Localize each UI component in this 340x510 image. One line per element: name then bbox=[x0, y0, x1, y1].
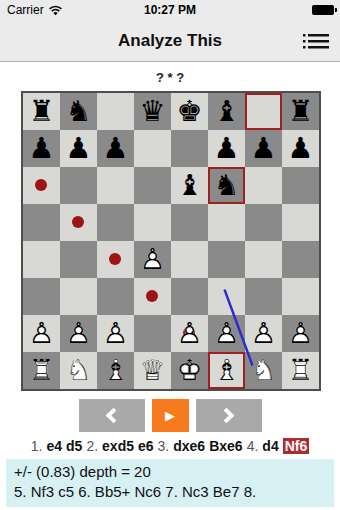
square-f2[interactable]: ♟♙ bbox=[208, 315, 245, 352]
piece-b1[interactable]: ♞♘ bbox=[60, 352, 97, 389]
square-f4[interactable] bbox=[208, 241, 245, 278]
square-d4[interactable]: ♟♙ bbox=[134, 241, 171, 278]
move-list-menu-icon[interactable] bbox=[303, 33, 329, 50]
square-h6[interactable] bbox=[282, 167, 319, 204]
square-g7[interactable]: ♟ bbox=[245, 130, 282, 167]
chevron-right-icon bbox=[219, 408, 235, 424]
square-e4[interactable] bbox=[171, 241, 208, 278]
white-piece-outline: ♖ bbox=[282, 352, 319, 389]
piece-b2[interactable]: ♟♙ bbox=[60, 315, 97, 352]
play-button[interactable]: ▶ bbox=[152, 399, 189, 432]
square-d7[interactable] bbox=[134, 130, 171, 167]
page-title: Analyze This bbox=[118, 31, 222, 51]
piece-f7[interactable]: ♟ bbox=[208, 130, 245, 167]
piece-d1[interactable]: ♛♕ bbox=[134, 352, 171, 389]
piece-h1[interactable]: ♜♖ bbox=[282, 352, 319, 389]
square-b7[interactable]: ♟ bbox=[60, 130, 97, 167]
white-piece-outline: ♙ bbox=[171, 315, 208, 352]
piece-h7[interactable]: ♟ bbox=[282, 130, 319, 167]
square-e6[interactable]: ♝ bbox=[171, 167, 208, 204]
white-piece-outline: ♙ bbox=[97, 315, 134, 352]
black-piece-glyph: ♟ bbox=[60, 130, 97, 167]
square-a1[interactable]: ♜♖ bbox=[23, 352, 60, 389]
white-piece-outline: ♘ bbox=[245, 352, 282, 389]
move[interactable]: e6 bbox=[138, 438, 154, 454]
black-piece-glyph: ♟ bbox=[245, 130, 282, 167]
black-piece-glyph: ♚ bbox=[171, 93, 208, 130]
square-f1[interactable]: ♝♗ bbox=[208, 352, 245, 389]
black-piece-glyph: ♟ bbox=[97, 130, 134, 167]
white-piece-outline: ♙ bbox=[134, 241, 171, 278]
legal-move-dot bbox=[146, 290, 158, 302]
piece-e1[interactable]: ♚♔ bbox=[171, 352, 208, 389]
previous-move-button[interactable] bbox=[79, 399, 145, 432]
battery-icon bbox=[312, 5, 334, 15]
white-piece-outline: ♙ bbox=[245, 315, 282, 352]
engine-evaluation: +/- (0.83) depth = 20 bbox=[14, 462, 326, 482]
square-c6[interactable] bbox=[97, 167, 134, 204]
square-c4[interactable] bbox=[97, 241, 134, 278]
square-e2[interactable]: ♟♙ bbox=[171, 315, 208, 352]
square-b6[interactable] bbox=[60, 167, 97, 204]
square-e1[interactable]: ♚♔ bbox=[171, 352, 208, 389]
nav-bar: Analyze This bbox=[0, 20, 340, 62]
piece-g1[interactable]: ♞♘ bbox=[245, 352, 282, 389]
play-icon: ▶ bbox=[165, 408, 175, 423]
move[interactable]: exd5 bbox=[102, 438, 134, 454]
piece-a2[interactable]: ♟♙ bbox=[23, 315, 60, 352]
square-f5[interactable] bbox=[208, 204, 245, 241]
square-a6[interactable] bbox=[23, 167, 60, 204]
move[interactable]: d5 bbox=[66, 438, 82, 454]
piece-a8[interactable]: ♜ bbox=[23, 93, 60, 130]
square-g6[interactable] bbox=[245, 167, 282, 204]
legal-move-dot bbox=[72, 216, 84, 228]
move[interactable]: dxe6 bbox=[173, 438, 205, 454]
move-number: 2. bbox=[86, 438, 98, 454]
square-a5[interactable] bbox=[23, 204, 60, 241]
square-e8[interactable]: ♚ bbox=[171, 93, 208, 130]
white-piece-outline: ♔ bbox=[171, 352, 208, 389]
black-piece-glyph: ♝ bbox=[171, 167, 208, 204]
piece-h8[interactable]: ♜ bbox=[282, 93, 319, 130]
piece-a1[interactable]: ♜♖ bbox=[23, 352, 60, 389]
square-h4[interactable] bbox=[282, 241, 319, 278]
square-b8[interactable]: ♞ bbox=[60, 93, 97, 130]
black-piece-glyph: ♛ bbox=[134, 93, 171, 130]
piece-d8[interactable]: ♛ bbox=[134, 93, 171, 130]
engine-line: 5. Nf3 c5 6. Bb5+ Nc6 7. Nc3 Be7 8. bbox=[14, 482, 326, 502]
square-g8[interactable] bbox=[245, 93, 282, 130]
analysis-panel: +/- (0.83) depth = 20 5. Nf3 c5 6. Bb5+ … bbox=[6, 459, 334, 507]
square-b5[interactable] bbox=[60, 204, 97, 241]
square-d5[interactable] bbox=[134, 204, 171, 241]
square-g5[interactable] bbox=[245, 204, 282, 241]
piece-g7[interactable]: ♟ bbox=[245, 130, 282, 167]
legal-move-dot bbox=[35, 179, 47, 191]
square-g1[interactable]: ♞♘ bbox=[245, 352, 282, 389]
black-piece-glyph: ♟ bbox=[282, 130, 319, 167]
move-number: 3. bbox=[158, 438, 170, 454]
square-b3[interactable] bbox=[60, 278, 97, 315]
controls-bar: ▶ bbox=[0, 399, 340, 432]
white-piece-outline: ♙ bbox=[282, 315, 319, 352]
black-piece-glyph: ♜ bbox=[282, 93, 319, 130]
square-h3[interactable] bbox=[282, 278, 319, 315]
square-a7[interactable]: ♟ bbox=[23, 130, 60, 167]
square-g2[interactable]: ♟♙ bbox=[245, 315, 282, 352]
square-f7[interactable]: ♟ bbox=[208, 130, 245, 167]
square-d8[interactable]: ♛ bbox=[134, 93, 171, 130]
piece-g2[interactable]: ♟♙ bbox=[245, 315, 282, 352]
black-piece-glyph: ♟ bbox=[23, 130, 60, 167]
black-piece-glyph: ♞ bbox=[60, 93, 97, 130]
piece-d4[interactable]: ♟♙ bbox=[134, 241, 171, 278]
piece-e6[interactable]: ♝ bbox=[171, 167, 208, 204]
white-piece-outline: ♘ bbox=[60, 352, 97, 389]
piece-f2[interactable]: ♟♙ bbox=[208, 315, 245, 352]
square-c8[interactable] bbox=[97, 93, 134, 130]
white-piece-outline: ♗ bbox=[208, 352, 245, 389]
square-g4[interactable] bbox=[245, 241, 282, 278]
square-c5[interactable] bbox=[97, 204, 134, 241]
square-d3[interactable] bbox=[134, 278, 171, 315]
piece-a7[interactable]: ♟ bbox=[23, 130, 60, 167]
square-b4[interactable] bbox=[60, 241, 97, 278]
square-a2[interactable]: ♟♙ bbox=[23, 315, 60, 352]
piece-c2[interactable]: ♟♙ bbox=[97, 315, 134, 352]
square-e5[interactable] bbox=[171, 204, 208, 241]
square-c2[interactable]: ♟♙ bbox=[97, 315, 134, 352]
square-a3[interactable] bbox=[23, 278, 60, 315]
legal-move-dot bbox=[109, 253, 121, 265]
square-h5[interactable] bbox=[282, 204, 319, 241]
square-e3[interactable] bbox=[171, 278, 208, 315]
clock: 10:27 PM bbox=[0, 3, 340, 17]
piece-e2[interactable]: ♟♙ bbox=[171, 315, 208, 352]
move[interactable]: d4 bbox=[262, 438, 278, 454]
white-piece-outline: ♗ bbox=[97, 352, 134, 389]
white-piece-outline: ♙ bbox=[23, 315, 60, 352]
square-c7[interactable]: ♟ bbox=[97, 130, 134, 167]
game-result-header: ? * ? bbox=[0, 70, 340, 86]
square-c1[interactable]: ♝♗ bbox=[97, 352, 134, 389]
move[interactable]: e4 bbox=[46, 438, 62, 454]
move-number: 4. bbox=[247, 438, 259, 454]
square-f6[interactable]: ♞ bbox=[208, 167, 245, 204]
square-f8[interactable]: ♝ bbox=[208, 93, 245, 130]
black-piece-glyph: ♞ bbox=[208, 167, 245, 204]
move-list: 1.e4d52.exd5e63.dxe6Bxe64.d4Nf6 bbox=[0, 438, 340, 454]
square-c3[interactable] bbox=[97, 278, 134, 315]
piece-f6[interactable]: ♞ bbox=[208, 167, 245, 204]
square-a8[interactable]: ♜ bbox=[23, 93, 60, 130]
white-piece-outline: ♙ bbox=[208, 315, 245, 352]
chess-board-frame: ♜♞♛♚♝♜♟♟♟♟♟♟♝♞♟♙♟♙♟♙♟♙♟♙♟♙♟♙♟♙♜♖♞♘♝♗♛♕♚♔… bbox=[21, 91, 321, 391]
square-h8[interactable]: ♜ bbox=[282, 93, 319, 130]
piece-f8[interactable]: ♝ bbox=[208, 93, 245, 130]
white-piece-outline: ♖ bbox=[23, 352, 60, 389]
square-b2[interactable]: ♟♙ bbox=[60, 315, 97, 352]
move-number: 1. bbox=[31, 438, 43, 454]
square-a4[interactable] bbox=[23, 241, 60, 278]
piece-e8[interactable]: ♚ bbox=[171, 93, 208, 130]
chess-board: ♜♞♛♚♝♜♟♟♟♟♟♟♝♞♟♙♟♙♟♙♟♙♟♙♟♙♟♙♟♙♜♖♞♘♝♗♛♕♚♔… bbox=[23, 93, 319, 389]
square-d6[interactable] bbox=[134, 167, 171, 204]
square-h7[interactable]: ♟ bbox=[282, 130, 319, 167]
square-b1[interactable]: ♞♘ bbox=[60, 352, 97, 389]
black-piece-glyph: ♟ bbox=[208, 130, 245, 167]
square-d2[interactable] bbox=[134, 315, 171, 352]
square-h2[interactable]: ♟♙ bbox=[282, 315, 319, 352]
square-d1[interactable]: ♛♕ bbox=[134, 352, 171, 389]
piece-b7[interactable]: ♟ bbox=[60, 130, 97, 167]
next-move-button[interactable] bbox=[196, 399, 262, 432]
piece-h2[interactable]: ♟♙ bbox=[282, 315, 319, 352]
square-f3[interactable] bbox=[208, 278, 245, 315]
black-piece-glyph: ♜ bbox=[23, 93, 60, 130]
piece-c7[interactable]: ♟ bbox=[97, 130, 134, 167]
piece-b8[interactable]: ♞ bbox=[60, 93, 97, 130]
current-move[interactable]: Nf6 bbox=[283, 438, 310, 454]
white-piece-outline: ♕ bbox=[134, 352, 171, 389]
square-g3[interactable] bbox=[245, 278, 282, 315]
move[interactable]: Bxe6 bbox=[209, 438, 242, 454]
piece-c1[interactable]: ♝♗ bbox=[97, 352, 134, 389]
black-piece-glyph: ♝ bbox=[208, 93, 245, 130]
square-h1[interactable]: ♜♖ bbox=[282, 352, 319, 389]
chevron-left-icon bbox=[106, 408, 122, 424]
square-e7[interactable] bbox=[171, 130, 208, 167]
white-piece-outline: ♙ bbox=[60, 315, 97, 352]
piece-f1[interactable]: ♝♗ bbox=[208, 352, 245, 389]
status-bar: Carrier 10:27 PM bbox=[0, 0, 340, 20]
